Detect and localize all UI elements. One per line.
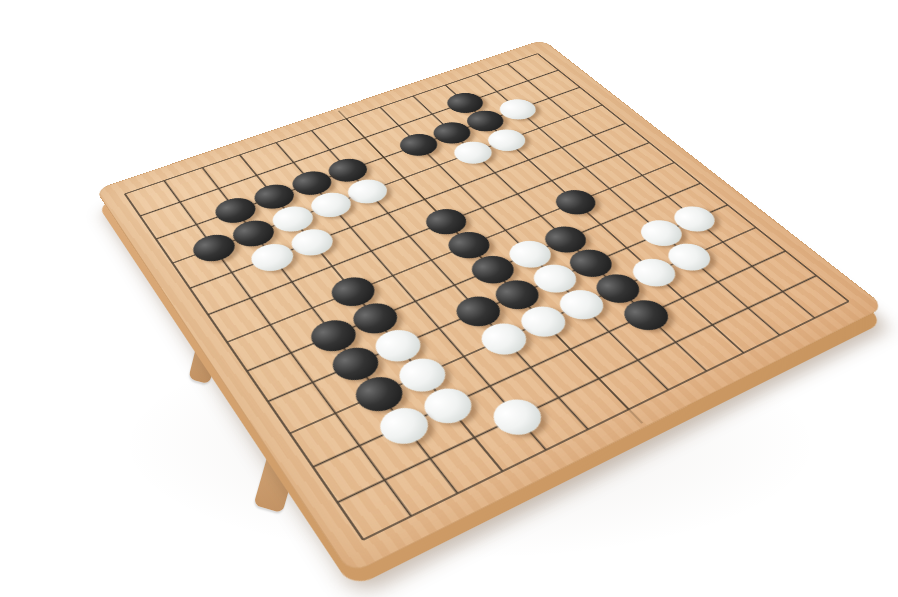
white-stone xyxy=(484,393,550,442)
go-board-photo xyxy=(0,0,898,597)
black-stone xyxy=(548,186,603,220)
